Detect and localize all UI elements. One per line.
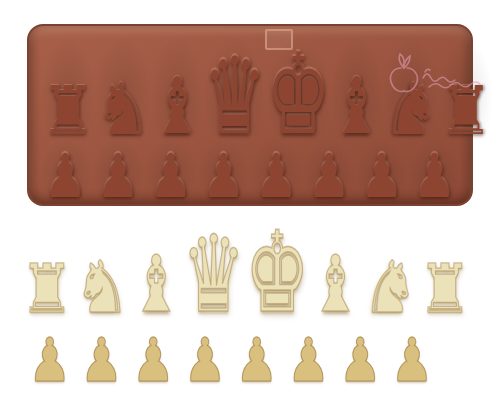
pawn-piece-glyph: ♟ bbox=[391, 337, 434, 382]
pawn-piece-glyph: ♟ bbox=[184, 337, 227, 382]
mold-cavity-pawn: ♟ bbox=[356, 138, 409, 198]
pawn-piece-glyph: ♟ bbox=[97, 153, 140, 198]
pawn-piece-glyph: ♟ bbox=[132, 337, 175, 382]
cream-piece-pawn: ♟ bbox=[179, 330, 231, 382]
queen-piece-glyph: ♛ bbox=[203, 56, 266, 136]
pawn-piece-glyph: ♟ bbox=[308, 153, 351, 198]
mold-cavity-pawn: ♟ bbox=[197, 138, 250, 198]
rook-piece-glyph: ♜ bbox=[20, 264, 74, 314]
pawn-piece-glyph: ♟ bbox=[360, 153, 403, 198]
king-piece-glyph: ♚ bbox=[266, 52, 331, 136]
mold-cavity-knight: ♞ bbox=[95, 36, 151, 136]
knight-piece-glyph: ♞ bbox=[95, 82, 151, 136]
chess-silicone-mold: ♜♞♝♛♚♝♞♜ ♟♟♟♟♟♟♟♟ bbox=[27, 24, 473, 206]
pawn-piece-glyph: ♟ bbox=[80, 337, 123, 382]
mold-cavity-pawn: ♟ bbox=[303, 138, 356, 198]
mold-cavity-pawn: ♟ bbox=[39, 138, 92, 198]
cream-piece-bishop: ♝ bbox=[310, 220, 362, 314]
cream-piece-pawn: ♟ bbox=[76, 330, 128, 382]
pawn-piece-glyph: ♟ bbox=[413, 153, 456, 198]
cream-piece-pawn: ♟ bbox=[283, 330, 335, 382]
cream-piece-queen: ♛ bbox=[182, 220, 245, 314]
cream-piece-knight: ♞ bbox=[74, 220, 130, 314]
mold-cavity-pawn: ♟ bbox=[250, 138, 303, 198]
cream-piece-rook: ♜ bbox=[418, 220, 472, 314]
mold-cavity-pawn: ♟ bbox=[408, 138, 461, 198]
cream-piece-pawn: ♟ bbox=[231, 330, 283, 382]
pawn-piece-glyph: ♟ bbox=[44, 153, 87, 198]
pawn-piece-glyph: ♟ bbox=[287, 337, 330, 382]
mold-cavity-bishop: ♝ bbox=[151, 36, 203, 136]
cream-majors-row: ♜♞♝♛♚♝♞♜ bbox=[20, 220, 452, 314]
cream-piece-pawn: ♟ bbox=[24, 330, 76, 382]
bishop-piece-glyph: ♝ bbox=[130, 256, 182, 314]
cream-piece-pawn: ♟ bbox=[386, 330, 438, 382]
mold-cavity-pawn: ♟ bbox=[92, 138, 145, 198]
knight-piece-glyph: ♞ bbox=[362, 260, 418, 314]
bishop-piece-glyph: ♝ bbox=[151, 78, 203, 136]
mold-cavity-pawn: ♟ bbox=[145, 138, 198, 198]
knight-piece-glyph: ♞ bbox=[74, 260, 130, 314]
king-piece-glyph: ♚ bbox=[245, 230, 310, 314]
mold-cavity-rook: ♜ bbox=[41, 36, 95, 136]
pawn-piece-glyph: ♟ bbox=[149, 153, 192, 198]
cream-piece-pawn: ♟ bbox=[335, 330, 387, 382]
cream-piece-bishop: ♝ bbox=[130, 220, 182, 314]
rook-piece-glyph: ♜ bbox=[418, 264, 472, 314]
mold-cavity-bishop: ♝ bbox=[331, 36, 383, 136]
pawn-piece-glyph: ♟ bbox=[255, 153, 298, 198]
apple-with-leaves-watermark-icon bbox=[379, 52, 500, 100]
cream-piece-knight: ♞ bbox=[362, 220, 418, 314]
pawn-piece-glyph: ♟ bbox=[202, 153, 245, 198]
mold-cavity-queen: ♛ bbox=[203, 36, 266, 136]
cream-pawns-row: ♟♟♟♟♟♟♟♟ bbox=[24, 330, 438, 382]
cream-piece-pawn: ♟ bbox=[128, 330, 180, 382]
mold-pawns-row: ♟♟♟♟♟♟♟♟ bbox=[39, 138, 461, 198]
product-photo: ♜♞♝♛♚♝♞♜ ♟♟♟♟♟♟♟♟ ♜♞♝♛♚♝♞♜ ♟♟♟♟♟♟♟♟ bbox=[0, 0, 500, 398]
rook-piece-glyph: ♜ bbox=[41, 86, 95, 136]
cream-piece-rook: ♜ bbox=[20, 220, 74, 314]
queen-piece-glyph: ♛ bbox=[182, 234, 245, 314]
pawn-piece-glyph: ♟ bbox=[339, 337, 382, 382]
pawn-piece-glyph: ♟ bbox=[28, 337, 71, 382]
bishop-piece-glyph: ♝ bbox=[310, 256, 362, 314]
mold-cavity-king: ♚ bbox=[266, 36, 331, 136]
pawn-piece-glyph: ♟ bbox=[235, 337, 278, 382]
cream-piece-king: ♚ bbox=[245, 220, 310, 314]
bishop-piece-glyph: ♝ bbox=[331, 78, 383, 136]
